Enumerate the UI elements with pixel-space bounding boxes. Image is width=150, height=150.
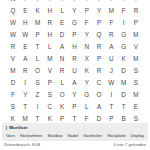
grid-cell[interactable]: A (105, 41, 117, 53)
wordlist-item: Display (131, 134, 144, 138)
grid-cell[interactable]: M (31, 17, 43, 29)
grid-cell[interactable]: A (19, 53, 31, 65)
grid-cell[interactable]: Y (68, 6, 80, 18)
grid-cell[interactable]: W (7, 29, 19, 41)
grid-cell[interactable]: N (56, 53, 68, 65)
grid-cell[interactable]: F (105, 17, 117, 29)
grid-cell[interactable]: G (117, 41, 129, 53)
grid-cell[interactable]: D (56, 29, 68, 41)
grid-cell[interactable]: V (44, 65, 56, 77)
wordlist-accent-bar (6, 126, 7, 131)
grid-cell[interactable]: P (68, 29, 80, 41)
grid-cell[interactable]: C (44, 101, 56, 113)
grid-cell[interactable]: P (81, 6, 93, 18)
grid-cell[interactable]: A (68, 77, 80, 89)
grid-cell[interactable]: T (19, 101, 31, 113)
grid-cell[interactable]: N (81, 41, 93, 53)
grid-cell[interactable]: H (44, 6, 56, 18)
grid-cell[interactable]: L (56, 77, 68, 89)
grid-cell[interactable]: A (93, 101, 105, 113)
wordlist-item: Stickrahmen (20, 134, 42, 138)
wordlist-item: Nadel (68, 134, 78, 138)
grid-cell[interactable]: L (31, 53, 43, 65)
grid-cell[interactable]: X (81, 53, 93, 65)
wordlist-item: Garnhalter (83, 134, 102, 138)
grid-cell[interactable]: P (93, 17, 105, 29)
grid-cell[interactable]: E (19, 6, 31, 18)
wordlist-panel: Wortliste GarnStickrahmenStickboxNadelGa… (2, 123, 148, 141)
wordlist-header: Wortliste (6, 126, 28, 131)
grid-cell[interactable]: W (7, 17, 19, 29)
grid-cell[interactable]: F (81, 17, 93, 29)
word-search-app: N??????????QEKHLYPYMFRWHMREGFPFIPWWPHDPY… (0, 0, 150, 150)
grid-cell[interactable]: W (105, 77, 117, 89)
grid-cell[interactable]: R (56, 65, 68, 77)
wordlist-item: Stickplatte (107, 134, 125, 138)
grid-cell[interactable]: L (56, 6, 68, 18)
grid-cell[interactable]: Y (93, 6, 105, 18)
grid-cell[interactable]: K (81, 65, 93, 77)
grid-cell[interactable]: O (56, 89, 68, 101)
grid-cell[interactable]: S (130, 77, 142, 89)
grid-cell[interactable]: O (31, 65, 43, 77)
grid-cell[interactable]: T (105, 101, 117, 113)
grid-cell[interactable]: M (7, 65, 19, 77)
status-left-timer: Zeitverbrauch: 8:08 (4, 143, 40, 147)
grid-cell[interactable]: E (130, 101, 142, 113)
grid-cell[interactable]: A (56, 41, 68, 53)
word-search-grid: N??????????QEKHLYPYMFRWHMREGFPFIPWWPHDPY… (7, 0, 142, 125)
grid-cell[interactable]: M (105, 6, 117, 18)
grid-cell[interactable]: Y (68, 89, 80, 101)
grid-cell[interactable]: S (7, 101, 19, 113)
grid-cell[interactable]: M (130, 29, 142, 41)
grid-cell[interactable]: J (105, 65, 117, 77)
grid-cell[interactable]: R (7, 41, 19, 53)
grid-cell[interactable]: H (44, 29, 56, 41)
grid-cell[interactable]: K (56, 101, 68, 113)
grid-cell[interactable]: D (117, 65, 129, 77)
grid-cell[interactable]: I (105, 89, 117, 101)
grid-cell[interactable]: M (130, 53, 142, 65)
grid-cell[interactable]: R (130, 6, 142, 18)
grid-cell[interactable]: H (19, 17, 31, 29)
grid-cell[interactable]: Y (81, 29, 93, 41)
grid-cell[interactable]: K (117, 53, 129, 65)
grid-cell[interactable]: F (117, 6, 129, 18)
grid-cell[interactable]: L (81, 101, 93, 113)
grid-cell[interactable]: P (130, 17, 142, 29)
grid-cell[interactable]: R (19, 65, 31, 77)
grid-cell[interactable]: E (19, 41, 31, 53)
grid-cell[interactable]: I (117, 17, 129, 29)
grid-cell[interactable]: I (19, 77, 31, 89)
wordlist-words: GarnStickrahmenStickboxNadelGarnhalterSt… (6, 134, 144, 138)
grid-cell[interactable]: W (19, 29, 31, 41)
grid-cell[interactable]: G (81, 89, 93, 101)
grid-cell[interactable]: K (31, 6, 43, 18)
wordlist-item: Stickbox (47, 134, 62, 138)
grid-cell[interactable]: P (44, 77, 56, 89)
grid-cell[interactable]: R (93, 41, 105, 53)
grid-cell[interactable]: R (68, 53, 80, 65)
grid-cell[interactable]: U (105, 53, 117, 65)
grid-cell[interactable]: S (130, 65, 142, 77)
wordlist-title: Wortliste (9, 126, 28, 130)
grid-cell[interactable]: V (130, 41, 142, 53)
grid-cell[interactable]: L (44, 41, 56, 53)
grid-cell[interactable]: E (56, 17, 68, 29)
wordlist-item: Garn (6, 134, 15, 138)
grid-cell[interactable]: G (68, 17, 80, 29)
grid-cell[interactable]: D (117, 89, 129, 101)
grid-cell[interactable]: P (68, 101, 80, 113)
grid-cell[interactable]: Z (31, 89, 43, 101)
grid-cell[interactable]: I (31, 101, 43, 113)
grid-cell[interactable]: R (105, 29, 117, 41)
grid-cell[interactable]: R (93, 65, 105, 77)
grid-cell[interactable]: M (44, 53, 56, 65)
grid-cell[interactable]: P (31, 29, 43, 41)
grid-cell[interactable]: V (7, 53, 19, 65)
grid-cell[interactable]: T (117, 101, 129, 113)
grid-cell[interactable]: O (93, 89, 105, 101)
grid-cell[interactable]: Q (7, 6, 19, 18)
grid-cell[interactable]: Q (93, 29, 105, 41)
grid-cell[interactable]: C (93, 77, 105, 89)
grid-cell[interactable]: P (93, 53, 105, 65)
grid-cell[interactable]: T (31, 41, 43, 53)
status-bar: Zeitverbrauch: 8:08 6 von 7 gefunden (0, 141, 150, 150)
grid-cell[interactable]: R (44, 17, 56, 29)
grid-cell[interactable]: D (7, 77, 19, 89)
grid-cell[interactable]: Y (81, 77, 93, 89)
grid-cell[interactable]: F (7, 89, 19, 101)
status-right-found-count: 6 von 7 gefunden (114, 143, 146, 147)
grid-cell[interactable]: H (68, 41, 80, 53)
grid-cell[interactable]: S (31, 77, 43, 89)
grid-cell[interactable]: S (44, 89, 56, 101)
grid-cell[interactable]: M (117, 77, 129, 89)
grid-cell[interactable]: U (68, 65, 80, 77)
grid-cell[interactable]: G (117, 29, 129, 41)
grid-cell[interactable]: M (130, 89, 142, 101)
grid-cell[interactable]: Y (19, 89, 31, 101)
